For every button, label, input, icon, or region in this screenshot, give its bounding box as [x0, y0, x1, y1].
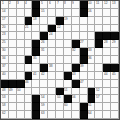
cell-r14c7[interactable] — [48, 103, 56, 111]
clue-number: 30 — [2, 48, 6, 51]
cell-r4c10[interactable] — [72, 25, 80, 33]
cell-r2c10[interactable] — [72, 9, 80, 17]
cell-r7c3[interactable] — [17, 48, 25, 56]
black-cell-r11c2 — [9, 80, 17, 88]
cell-r14c15[interactable] — [111, 103, 119, 111]
clue-number: 46 — [25, 80, 29, 83]
clue-number: 23 — [2, 32, 6, 35]
clue-number: 47 — [80, 80, 84, 83]
cell-r8c15[interactable] — [111, 56, 119, 64]
black-cell-r2c5 — [32, 9, 40, 17]
cell-r15c1[interactable]: 62 — [1, 111, 9, 119]
cell-r2c14[interactable] — [103, 9, 111, 17]
cell-r14c8[interactable] — [56, 103, 64, 111]
cell-r7c9[interactable] — [64, 48, 72, 56]
cell-r14c3[interactable] — [17, 103, 25, 111]
cell-r11c12[interactable] — [88, 80, 96, 88]
cell-r4c11[interactable] — [80, 25, 88, 33]
cell-r15c2[interactable] — [9, 111, 17, 119]
cell-r13c11[interactable] — [80, 95, 88, 103]
cell-r11c13[interactable] — [95, 80, 103, 88]
cell-r11c9[interactable] — [64, 80, 72, 88]
clue-number: 20 — [2, 25, 6, 28]
cell-r9c5[interactable] — [32, 64, 40, 72]
cell-r12c3[interactable]: 50 — [17, 88, 25, 96]
cell-r6c14[interactable]: 28 — [103, 40, 111, 48]
black-cell-r8c4 — [25, 56, 33, 64]
clue-number: 7 — [57, 1, 59, 4]
cell-r13c14[interactable] — [103, 95, 111, 103]
clue-number: 3 — [17, 1, 19, 4]
cell-r5c5[interactable] — [32, 32, 40, 40]
cell-r15c14[interactable] — [103, 111, 111, 119]
cell-r3c12[interactable] — [88, 17, 96, 25]
cell-r2c8[interactable] — [56, 9, 64, 17]
cell-r4c9[interactable] — [64, 25, 72, 33]
cell-r12c14[interactable] — [103, 88, 111, 96]
cell-r9c2[interactable] — [9, 64, 17, 72]
cell-r3c5[interactable]: 18 — [32, 17, 40, 25]
cell-r6c2[interactable] — [9, 40, 17, 48]
cell-r7c10[interactable]: 32 — [72, 48, 80, 56]
clue-number: 56 — [72, 95, 76, 98]
black-cell-r9c6 — [40, 64, 48, 72]
clue-number: 63 — [41, 111, 45, 114]
black-cell-r12c8 — [56, 88, 64, 96]
cell-r8c8[interactable] — [56, 56, 64, 64]
cell-r1c3[interactable]: 3 — [17, 1, 25, 9]
cell-r15c12[interactable]: 64 — [88, 111, 96, 119]
cell-r8c10[interactable] — [72, 56, 80, 64]
black-cell-r4c7 — [48, 25, 56, 33]
cell-r8c1[interactable]: 34 — [1, 56, 9, 64]
cell-r8c14[interactable] — [103, 56, 111, 64]
cell-r13c2[interactable] — [9, 95, 17, 103]
clue-number: 53 — [2, 95, 6, 98]
black-cell-r2c11 — [80, 9, 88, 17]
cell-r10c8[interactable] — [56, 72, 64, 80]
cell-r13c1[interactable]: 53 — [1, 95, 9, 103]
black-cell-r14c11 — [80, 103, 88, 111]
cell-r6c9[interactable] — [64, 40, 72, 48]
cell-r1c2[interactable]: 2 — [9, 1, 17, 9]
cell-r14c1[interactable]: 58 — [1, 103, 9, 111]
cell-r10c15[interactable]: 45 — [111, 72, 119, 80]
cell-r8c12[interactable]: 36 — [88, 56, 96, 64]
cell-r15c10[interactable] — [72, 111, 80, 119]
black-cell-r6c10 — [72, 40, 80, 48]
clue-number: 31 — [41, 48, 45, 51]
cell-r6c6[interactable]: 26 — [40, 40, 48, 48]
cell-r15c4[interactable] — [25, 111, 33, 119]
clue-number: 14 — [2, 9, 6, 12]
cell-r12c2[interactable]: 49 — [9, 88, 17, 96]
cell-r10c10[interactable]: 43 — [72, 72, 80, 80]
cell-r11c11[interactable]: 47 — [80, 80, 88, 88]
cell-r13c7[interactable] — [48, 95, 56, 103]
clue-number: 37 — [2, 64, 6, 67]
cell-r3c13[interactable] — [95, 17, 103, 25]
cell-r2c1[interactable]: 14 — [1, 9, 9, 17]
cell-r6c7[interactable] — [48, 40, 56, 48]
cell-r12c4[interactable] — [25, 88, 33, 96]
black-cell-r6c13 — [95, 40, 103, 48]
cell-r3c14[interactable] — [103, 17, 111, 25]
clue-number: 17 — [2, 17, 6, 20]
cell-r7c15[interactable] — [111, 48, 119, 56]
cell-r4c12[interactable] — [88, 25, 96, 33]
clue-number: 32 — [72, 48, 76, 51]
cell-r2c13[interactable] — [95, 9, 103, 17]
cell-r4c13[interactable] — [95, 25, 103, 33]
clue-number: 8 — [64, 1, 66, 4]
cell-r8c2[interactable] — [9, 56, 17, 64]
cell-r15c13[interactable] — [95, 111, 103, 119]
cell-r15c15[interactable] — [111, 111, 119, 119]
cell-r14c12[interactable]: 61 — [88, 103, 96, 111]
clue-number: 27 — [80, 40, 84, 43]
black-cell-r11c1 — [1, 80, 9, 88]
cell-r11c7[interactable] — [48, 80, 56, 88]
clue-number: 22 — [57, 25, 61, 28]
cell-r1c12[interactable]: 10 — [88, 1, 96, 9]
clue-number: 19 — [64, 17, 68, 20]
clue-number: 24 — [49, 32, 53, 35]
black-cell-r9c10 — [72, 64, 80, 72]
clue-number: 60 — [64, 103, 68, 106]
cell-r11c14[interactable] — [103, 80, 111, 88]
cell-r14c9[interactable]: 60 — [64, 103, 72, 111]
cell-r12c11[interactable] — [80, 88, 88, 96]
cell-r15c9[interactable] — [64, 111, 72, 119]
cell-r6c3[interactable] — [17, 40, 25, 48]
cell-r7c2[interactable] — [9, 48, 17, 56]
cell-r5c9[interactable] — [64, 32, 72, 40]
cell-r8c3[interactable] — [17, 56, 25, 64]
cell-r3c9[interactable]: 19 — [64, 17, 72, 25]
cell-r6c15[interactable]: 29 — [111, 40, 119, 48]
black-cell-r12c12 — [88, 88, 96, 96]
cell-r13c15[interactable] — [111, 95, 119, 103]
cell-r1c1[interactable]: 1 — [1, 1, 9, 9]
cell-r1c14[interactable]: 12 — [103, 1, 111, 9]
black-cell-r14c5 — [32, 103, 40, 111]
cell-r8c13[interactable] — [95, 56, 103, 64]
clue-number: 48 — [2, 88, 6, 91]
cell-r5c4[interactable] — [25, 32, 33, 40]
cell-r3c3[interactable] — [17, 17, 25, 25]
cell-r7c12[interactable]: 33 — [88, 48, 96, 56]
cell-r6c11[interactable]: 27 — [80, 40, 88, 48]
cell-r13c4[interactable] — [25, 95, 33, 103]
clue-number: 44 — [104, 72, 108, 75]
cell-r9c9[interactable] — [64, 64, 72, 72]
black-cell-r3c4 — [25, 17, 33, 25]
clue-number: 40 — [2, 72, 6, 75]
black-cell-r10c9 — [64, 72, 72, 80]
cell-r12c10[interactable] — [72, 88, 80, 96]
cell-r9c4[interactable] — [25, 64, 33, 72]
cell-r12c15[interactable] — [111, 88, 119, 96]
cell-r7c7[interactable] — [48, 48, 56, 56]
cell-r13c6[interactable]: 54 — [40, 95, 48, 103]
black-cell-r9c15 — [111, 64, 119, 72]
clue-number: 18 — [33, 17, 37, 20]
cell-r5c1[interactable]: 23 — [1, 32, 9, 40]
clue-number: 11 — [96, 1, 99, 4]
clue-number: 9 — [72, 1, 74, 4]
cell-r1c8[interactable]: 7 — [56, 1, 64, 9]
cell-r9c7[interactable]: 38 — [48, 64, 56, 72]
clue-number: 1 — [2, 1, 4, 4]
clue-number: 58 — [2, 103, 6, 106]
cell-r12c6[interactable] — [40, 88, 48, 96]
cell-r14c2[interactable] — [9, 103, 17, 111]
clue-number: 45 — [112, 72, 116, 75]
cell-r7c14[interactable] — [103, 48, 111, 56]
cell-r3c11[interactable] — [80, 17, 88, 25]
cell-r10c12[interactable] — [88, 72, 96, 80]
clue-number: 41 — [33, 72, 37, 75]
cell-r12c13[interactable]: 52 — [95, 88, 103, 96]
cell-r5c11[interactable] — [80, 32, 88, 40]
clue-number: 16 — [88, 9, 92, 12]
cell-r3c15[interactable] — [111, 17, 119, 25]
cell-r10c11[interactable] — [80, 72, 88, 80]
black-cell-r8c11 — [80, 56, 88, 64]
black-cell-r1c5 — [32, 1, 40, 9]
cell-r13c8[interactable]: 55 — [56, 95, 64, 103]
cell-r3c1[interactable]: 17 — [1, 17, 9, 25]
clue-number: 26 — [41, 40, 45, 43]
black-cell-r7c11 — [80, 48, 88, 56]
cell-r2c12[interactable]: 16 — [88, 9, 96, 17]
cell-r6c8[interactable] — [56, 40, 64, 48]
cell-r3c6[interactable] — [40, 17, 48, 25]
cell-r5c3[interactable] — [17, 32, 25, 40]
clue-number: 6 — [49, 1, 51, 4]
black-cell-r7c5 — [32, 48, 40, 56]
cell-r9c11[interactable]: 39 — [80, 64, 88, 72]
clue-number: 55 — [57, 95, 61, 98]
cell-r1c13[interactable]: 11 — [95, 1, 103, 9]
cell-r12c7[interactable] — [48, 88, 56, 96]
black-cell-r5c6 — [40, 32, 48, 40]
clue-number: 51 — [64, 88, 68, 91]
clue-number: 10 — [88, 1, 92, 4]
clue-number: 39 — [80, 64, 84, 67]
clue-number: 12 — [104, 1, 108, 4]
clue-number: 61 — [88, 103, 92, 106]
cell-r11c8[interactable] — [56, 80, 64, 88]
cell-r8c6[interactable] — [40, 56, 48, 64]
cell-r13c3[interactable] — [17, 95, 25, 103]
cell-r10c14[interactable]: 44 — [103, 72, 111, 80]
cell-r6c1[interactable]: 25 — [1, 40, 9, 48]
cell-r15c6[interactable]: 63 — [40, 111, 48, 119]
cell-r12c9[interactable]: 51 — [64, 88, 72, 96]
crossword-grid: 1234567891011121314151617181920212223242… — [0, 0, 120, 120]
cell-r5c7[interactable]: 24 — [48, 32, 56, 40]
cell-r2c6[interactable]: 15 — [40, 9, 48, 17]
cell-r7c4[interactable] — [25, 48, 33, 56]
cell-r9c13[interactable] — [95, 64, 103, 72]
cell-r6c4[interactable] — [25, 40, 33, 48]
cell-r8c7[interactable] — [48, 56, 56, 64]
cell-r10c6[interactable]: 42 — [40, 72, 48, 80]
cell-r11c6[interactable] — [40, 80, 48, 88]
cell-r1c6[interactable]: 5 — [40, 1, 48, 9]
clue-number: 13 — [112, 1, 116, 4]
cell-r15c7[interactable] — [48, 111, 56, 119]
cell-r7c13[interactable] — [95, 48, 103, 56]
clue-number: 21 — [25, 25, 29, 28]
cell-r10c5[interactable]: 41 — [32, 72, 40, 80]
cell-r8c5[interactable]: 35 — [32, 56, 40, 64]
cell-r11c15[interactable] — [111, 80, 119, 88]
cell-r3c2[interactable] — [9, 17, 17, 25]
clue-number: 38 — [49, 64, 53, 67]
cell-r4c2[interactable] — [9, 25, 17, 33]
clue-number: 5 — [41, 1, 43, 4]
cell-r9c1[interactable]: 37 — [1, 64, 9, 72]
cell-r1c10[interactable]: 9 — [72, 1, 80, 9]
cell-r2c3[interactable] — [17, 9, 25, 17]
cell-r4c3[interactable] — [17, 25, 25, 33]
cell-r13c10[interactable]: 56 — [72, 95, 80, 103]
cell-r6c12[interactable] — [88, 40, 96, 48]
black-cell-r5c15 — [111, 32, 119, 40]
cell-r15c8[interactable] — [56, 111, 64, 119]
black-cell-r6c5 — [32, 40, 40, 48]
cell-r1c9[interactable]: 8 — [64, 1, 72, 9]
clue-number: 28 — [104, 40, 108, 43]
black-cell-r5c13 — [95, 32, 103, 40]
clue-number: 52 — [96, 88, 100, 91]
cell-r2c9[interactable] — [64, 9, 72, 17]
clue-number: 42 — [41, 72, 45, 75]
cell-r1c15[interactable]: 13 — [111, 1, 119, 9]
clue-number: 64 — [88, 111, 92, 114]
cell-r9c3[interactable] — [17, 64, 25, 72]
cell-r1c7[interactable]: 6 — [48, 1, 56, 9]
cell-r14c14[interactable] — [103, 103, 111, 111]
black-cell-r9c14 — [103, 64, 111, 72]
cell-r5c2[interactable] — [9, 32, 17, 40]
clue-number: 29 — [112, 40, 116, 43]
cell-r5c8[interactable] — [56, 32, 64, 40]
black-cell-r11c10 — [72, 80, 80, 88]
black-cell-r5c14 — [103, 32, 111, 40]
cell-r2c7[interactable] — [48, 9, 56, 17]
cell-r14c13[interactable] — [95, 103, 103, 111]
cell-r10c13[interactable] — [95, 72, 103, 80]
cell-r4c15[interactable] — [111, 25, 119, 33]
cell-r4c6[interactable] — [40, 25, 48, 33]
black-cell-r13c9 — [64, 95, 72, 103]
cell-r14c10[interactable] — [72, 103, 80, 111]
clue-number: 54 — [41, 95, 45, 98]
clue-number: 33 — [88, 48, 92, 51]
cell-r9c12[interactable] — [88, 64, 96, 72]
black-cell-r11c3 — [17, 80, 25, 88]
black-cell-r15c11 — [80, 111, 88, 119]
black-cell-r13c5 — [32, 95, 40, 103]
clue-number: 59 — [41, 103, 45, 106]
cell-r3c7[interactable] — [48, 17, 56, 25]
clue-number: 49 — [9, 88, 13, 91]
cell-r14c6[interactable]: 59 — [40, 103, 48, 111]
black-cell-r13c12 — [88, 95, 96, 103]
clue-number: 36 — [88, 56, 92, 59]
cell-r2c15[interactable] — [111, 9, 119, 17]
cell-r10c2[interactable] — [9, 72, 17, 80]
black-cell-r3c8 — [56, 17, 64, 25]
cell-r7c1[interactable]: 30 — [1, 48, 9, 56]
clue-number: 50 — [17, 88, 21, 91]
cell-r4c4[interactable]: 21 — [25, 25, 33, 33]
cell-r10c1[interactable]: 40 — [1, 72, 9, 80]
cell-r2c4[interactable] — [25, 9, 33, 17]
cell-r12c5[interactable] — [32, 88, 40, 96]
clue-number: 62 — [2, 111, 6, 114]
cell-r10c3[interactable] — [17, 72, 25, 80]
cell-r14c4[interactable] — [25, 103, 33, 111]
clue-number: 57 — [96, 95, 100, 98]
clue-number: 15 — [41, 9, 45, 12]
clue-number: 43 — [72, 72, 76, 75]
cell-r4c14[interactable] — [103, 25, 111, 33]
cell-r3c10[interactable] — [72, 17, 80, 25]
black-cell-r10c4 — [25, 72, 33, 80]
cell-r4c8[interactable]: 22 — [56, 25, 64, 33]
clue-number: 2 — [9, 1, 11, 4]
cell-r2c2[interactable] — [9, 9, 17, 17]
cell-r1c4[interactable]: 4 — [25, 1, 33, 9]
cell-r4c1[interactable]: 20 — [1, 25, 9, 33]
cell-r13c13[interactable]: 57 — [95, 95, 103, 103]
clue-number: 25 — [2, 40, 6, 43]
cell-r8c9[interactable] — [64, 56, 72, 64]
cell-r15c3[interactable] — [17, 111, 25, 119]
clue-number: 4 — [25, 1, 27, 4]
cell-r4c5[interactable] — [32, 25, 40, 33]
clue-number: 34 — [2, 56, 6, 59]
black-cell-r1c11 — [80, 1, 88, 9]
clue-number: 35 — [33, 56, 37, 59]
cell-r10c7[interactable] — [48, 72, 56, 80]
cell-r12c1[interactable]: 48 — [1, 88, 9, 96]
black-cell-r15c5 — [32, 111, 40, 119]
cell-r5c12[interactable] — [88, 32, 96, 40]
cell-r11c5[interactable] — [32, 80, 40, 88]
cell-r9c8[interactable] — [56, 64, 64, 72]
cell-r5c10[interactable] — [72, 32, 80, 40]
cell-r11c4[interactable]: 46 — [25, 80, 33, 88]
cell-r7c6[interactable]: 31 — [40, 48, 48, 56]
cell-r7c8[interactable] — [56, 48, 64, 56]
